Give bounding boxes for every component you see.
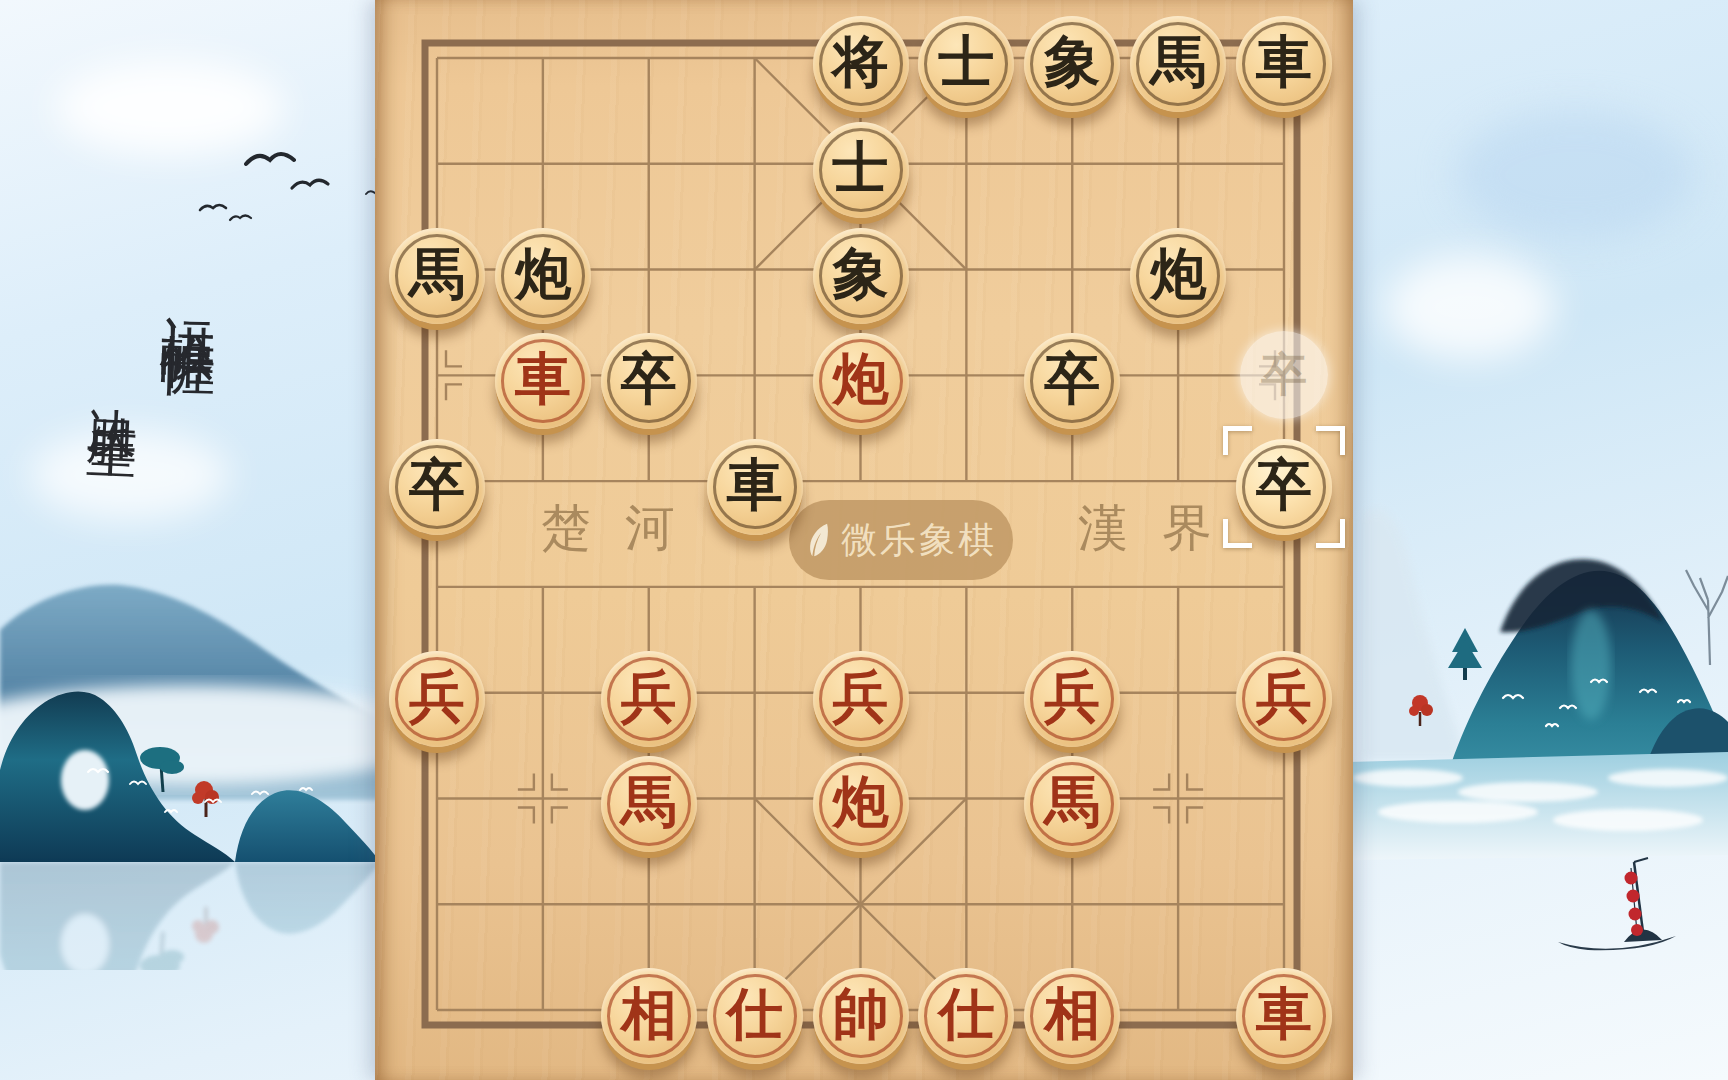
- selection-corner: [1223, 426, 1252, 455]
- piece-glyph: 卒: [1256, 457, 1312, 513]
- piece-black-cannon[interactable]: 炮: [495, 228, 591, 324]
- piece-black-soldier[interactable]: 卒: [601, 333, 697, 429]
- piece-red-soldier[interactable]: 兵: [813, 651, 909, 747]
- app-logo-text: 微乐象棋: [841, 516, 997, 565]
- cloud: [1455, 110, 1695, 240]
- piece-glyph: 士: [833, 140, 889, 196]
- piece-red-soldier[interactable]: 兵: [389, 651, 485, 747]
- calligraphy-column-2: 决胜千里: [81, 367, 150, 406]
- piece-red-elephant[interactable]: 相: [601, 968, 697, 1064]
- piece-glyph: 兵: [1044, 669, 1100, 725]
- piece-glyph: 相: [621, 986, 677, 1042]
- piece-glyph: 車: [1256, 986, 1312, 1042]
- piece-black-cannon[interactable]: 炮: [1130, 228, 1226, 324]
- selection-corner: [1316, 519, 1345, 548]
- app-logo: 微乐象棋: [789, 500, 1013, 580]
- river-label-right: 漢界: [1044, 495, 1246, 562]
- piece-red-horse[interactable]: 馬: [601, 756, 697, 852]
- piece-red-advisor[interactable]: 仕: [918, 968, 1014, 1064]
- piece-black-soldier[interactable]: 卒: [1024, 333, 1120, 429]
- piece-glyph: 士: [938, 34, 994, 90]
- piece-red-elephant[interactable]: 相: [1024, 968, 1120, 1064]
- piece-black-horse[interactable]: 馬: [1130, 16, 1226, 112]
- piece-glyph: 炮: [1150, 246, 1206, 302]
- piece-glyph: 将: [833, 34, 889, 90]
- piece-black-advisor[interactable]: 士: [813, 122, 909, 218]
- piece-glyph: 兵: [409, 669, 465, 725]
- piece-glyph: 馬: [1150, 34, 1206, 90]
- move-origin-marker: 卒: [1240, 331, 1328, 419]
- piece-black-chariot[interactable]: 車: [707, 439, 803, 535]
- piece-glyph: 仕: [938, 986, 994, 1042]
- feather-icon: [805, 514, 833, 566]
- piece-glyph: 兵: [833, 669, 889, 725]
- piece-glyph: 卒: [1044, 351, 1100, 407]
- selection-corner: [1316, 426, 1345, 455]
- piece-glyph: 馬: [1044, 774, 1100, 830]
- piece-glyph: 卒: [409, 457, 465, 513]
- piece-black-chariot[interactable]: 車: [1236, 16, 1332, 112]
- piece-black-elephant[interactable]: 象: [813, 228, 909, 324]
- piece-black-horse[interactable]: 馬: [389, 228, 485, 324]
- piece-black-elephant[interactable]: 象: [1024, 16, 1120, 112]
- piece-glyph: 車: [1256, 34, 1312, 90]
- piece-red-chariot[interactable]: 車: [1236, 968, 1332, 1064]
- cloud: [30, 430, 230, 520]
- cloud: [55, 60, 285, 155]
- piece-glyph: 仕: [727, 986, 783, 1042]
- calligraphy-column-1: 运棋帷幄: [152, 271, 229, 309]
- piece-red-advisor[interactable]: 仕: [707, 968, 803, 1064]
- piece-red-general[interactable]: 帥: [813, 968, 909, 1064]
- piece-glyph: 車: [515, 351, 571, 407]
- piece-glyph: 車: [727, 457, 783, 513]
- piece-glyph: 炮: [833, 351, 889, 407]
- piece-red-cannon[interactable]: 炮: [813, 756, 909, 852]
- selection-corner: [1223, 519, 1252, 548]
- piece-glyph: 馬: [409, 246, 465, 302]
- piece-glyph: 炮: [515, 246, 571, 302]
- piece-glyph: 象: [1044, 34, 1100, 90]
- piece-black-general[interactable]: 将: [813, 16, 909, 112]
- piece-glyph: 炮: [833, 774, 889, 830]
- piece-glyph: 相: [1044, 986, 1100, 1042]
- piece-red-soldier[interactable]: 兵: [1236, 651, 1332, 747]
- piece-glyph: 兵: [621, 669, 677, 725]
- piece-glyph: 帥: [833, 986, 889, 1042]
- cloud: [1385, 255, 1555, 360]
- piece-glyph: 兵: [1256, 669, 1312, 725]
- piece-black-soldier[interactable]: 卒: [1236, 439, 1332, 535]
- piece-red-soldier[interactable]: 兵: [601, 651, 697, 747]
- piece-red-soldier[interactable]: 兵: [1024, 651, 1120, 747]
- piece-red-chariot[interactable]: 車: [495, 333, 591, 429]
- game-stage: 运棋帷幄 决胜千里 楚河 漢界 微乐象棋 卒将士象馬車士馬炮象炮卒卒卒車卒車炮兵…: [0, 0, 1728, 1080]
- piece-black-soldier[interactable]: 卒: [389, 439, 485, 535]
- piece-glyph: 卒: [621, 351, 677, 407]
- piece-glyph: 馬: [621, 774, 677, 830]
- piece-red-cannon[interactable]: 炮: [813, 333, 909, 429]
- xiangqi-board[interactable]: 楚河 漢界 微乐象棋 卒将士象馬車士馬炮象炮卒卒卒車卒車炮兵兵兵兵兵馬炮馬相仕帥…: [375, 0, 1353, 1080]
- piece-black-advisor[interactable]: 士: [918, 16, 1014, 112]
- river-label-left: 楚河: [507, 495, 709, 562]
- piece-glyph: 象: [833, 246, 889, 302]
